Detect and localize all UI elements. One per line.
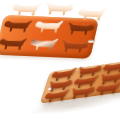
dachshund-ice-cavity: [42, 2, 75, 18]
dachshund-dark-cavity: [64, 22, 97, 38]
ice-cube-tray-cavity-side: [0, 15, 99, 59]
dachshund-ice-cavity: [75, 7, 108, 23]
dachshund-ice-cavity: [32, 19, 65, 35]
dachshund-dark-cavity: [0, 37, 29, 53]
dachshund-dark-cavity: [1, 19, 34, 35]
product-photo-stage: [0, 0, 120, 120]
dachshund-shiny-cavity: [27, 37, 60, 53]
dachshund-raised-shape: [92, 81, 120, 98]
dachshund-rust-cavity: [58, 40, 91, 56]
dachshund-ice-cavity: [10, 2, 43, 18]
